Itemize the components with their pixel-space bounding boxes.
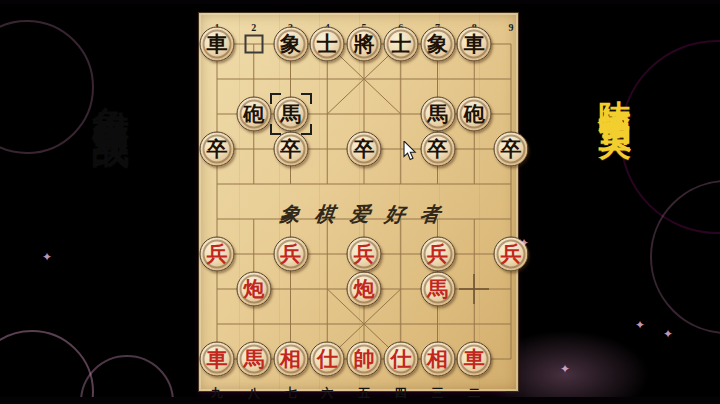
black-piece-車[interactable]: 車: [457, 27, 492, 62]
piece-character: 兵: [207, 244, 228, 265]
piece-character: 馬: [427, 279, 448, 300]
file-label-top: 2: [251, 22, 256, 33]
background-swirl: [620, 40, 720, 234]
sparkle-icon: ✦: [663, 327, 673, 341]
piece-character: 砲: [464, 104, 485, 125]
piece-character: 卒: [501, 139, 522, 160]
file-label-bottom: 三: [432, 385, 444, 402]
piece-character: 馬: [280, 104, 301, 125]
red-piece-兵[interactable]: 兵: [200, 237, 235, 272]
black-piece-卒[interactable]: 卒: [420, 132, 455, 167]
piece-character: 兵: [501, 244, 522, 265]
black-piece-砲[interactable]: 砲: [236, 97, 271, 132]
red-piece-炮[interactable]: 炮: [236, 272, 271, 307]
piece-character: 車: [464, 34, 485, 55]
piece-character: 馬: [427, 104, 448, 125]
red-piece-馬[interactable]: 馬: [236, 342, 271, 377]
river-text: 象棋爱好者: [279, 201, 457, 228]
red-piece-仕[interactable]: 仕: [383, 342, 418, 377]
black-piece-卒[interactable]: 卒: [494, 132, 529, 167]
piece-character: 炮: [243, 279, 264, 300]
piece-character: 兵: [354, 244, 375, 265]
piece-character: 帥: [354, 349, 375, 370]
letterbox-bar-top: [0, 0, 720, 4]
background-swirl: [0, 20, 94, 154]
sparkle-icon: ✦: [42, 250, 52, 264]
red-piece-仕[interactable]: 仕: [310, 342, 345, 377]
black-piece-士[interactable]: 士: [383, 27, 418, 62]
piece-character: 車: [207, 34, 228, 55]
red-piece-帥[interactable]: 帥: [347, 342, 382, 377]
piece-character: 象: [427, 34, 448, 55]
black-piece-車[interactable]: 車: [200, 27, 235, 62]
file-label-bottom: 五: [358, 385, 370, 402]
piece-character: 砲: [243, 104, 264, 125]
piece-character: 相: [280, 349, 301, 370]
video-frame: 象棋大师实战 陆伟韬负王天一 123456789 九八七六五四三二一 象棋爱好者…: [0, 0, 720, 404]
piece-character: 馬: [243, 349, 264, 370]
piece-character: 仕: [317, 349, 338, 370]
file-label-bottom: 四: [395, 385, 407, 402]
red-piece-兵[interactable]: 兵: [420, 237, 455, 272]
black-piece-馬[interactable]: 馬: [420, 97, 455, 132]
piece-character: 車: [207, 349, 228, 370]
red-piece-兵[interactable]: 兵: [494, 237, 529, 272]
black-piece-砲[interactable]: 砲: [457, 97, 492, 132]
red-piece-炮[interactable]: 炮: [347, 272, 382, 307]
piece-character: 卒: [354, 139, 375, 160]
piece-character: 相: [427, 349, 448, 370]
piece-character: 將: [354, 34, 375, 55]
black-piece-將[interactable]: 將: [347, 27, 382, 62]
piece-character: 兵: [280, 244, 301, 265]
left-caption: 象棋大师实战: [85, 77, 135, 107]
black-piece-卒[interactable]: 卒: [200, 132, 235, 167]
sparkle-icon: ✦: [635, 318, 645, 332]
file-label-top: 9: [509, 22, 514, 33]
piece-character: 炮: [354, 279, 375, 300]
piece-character: 士: [317, 34, 338, 55]
file-label-bottom: 九: [211, 385, 223, 402]
red-piece-兵[interactable]: 兵: [273, 237, 308, 272]
piece-character: 卒: [427, 139, 448, 160]
piece-character: 車: [464, 349, 485, 370]
red-piece-兵[interactable]: 兵: [347, 237, 382, 272]
black-piece-象[interactable]: 象: [420, 27, 455, 62]
right-caption: 陆伟韬负王天一: [593, 75, 637, 117]
piece-character: 兵: [427, 244, 448, 265]
file-label-bottom: 一: [505, 385, 517, 402]
black-piece-卒[interactable]: 卒: [347, 132, 382, 167]
black-piece-馬[interactable]: 馬: [273, 97, 308, 132]
red-piece-車[interactable]: 車: [200, 342, 235, 377]
piece-character: 象: [280, 34, 301, 55]
last-move-origin-marker: [244, 35, 263, 54]
xiangqi-board[interactable]: 123456789 九八七六五四三二一 象棋爱好者 車象士將士象車砲馬馬砲卒卒卒…: [198, 12, 519, 392]
piece-character: 士: [390, 34, 411, 55]
piece-character: 卒: [207, 139, 228, 160]
black-piece-卒[interactable]: 卒: [273, 132, 308, 167]
file-label-bottom: 二: [468, 385, 480, 402]
black-piece-象[interactable]: 象: [273, 27, 308, 62]
sparkle-icon: ✦: [560, 362, 570, 376]
red-piece-馬[interactable]: 馬: [420, 272, 455, 307]
piece-character: 卒: [280, 139, 301, 160]
background-swirl: [650, 180, 720, 334]
file-label-bottom: 八: [248, 385, 260, 402]
black-piece-士[interactable]: 士: [310, 27, 345, 62]
piece-character: 仕: [390, 349, 411, 370]
background-swirl: [0, 330, 94, 404]
red-piece-相[interactable]: 相: [273, 342, 308, 377]
red-piece-車[interactable]: 車: [457, 342, 492, 377]
file-label-bottom: 六: [321, 385, 333, 402]
file-label-bottom: 七: [285, 385, 297, 402]
red-piece-相[interactable]: 相: [420, 342, 455, 377]
